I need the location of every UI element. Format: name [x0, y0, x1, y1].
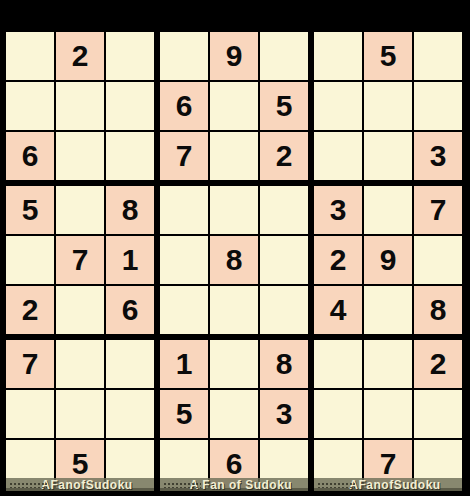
cell-r7c1[interactable]: 7: [6, 340, 54, 388]
box-6: 372948: [314, 186, 462, 334]
cell-r4c2[interactable]: [56, 186, 104, 234]
cell-r7c4[interactable]: 1: [160, 340, 208, 388]
box-4: 587126: [6, 186, 154, 334]
cell-r8c5[interactable]: [210, 390, 258, 438]
cell-r6c1[interactable]: 2: [6, 286, 54, 334]
cell-r6c8[interactable]: [364, 286, 412, 334]
cell-r8c2[interactable]: [56, 390, 104, 438]
cell-r2c7[interactable]: [314, 82, 362, 130]
cell-r8c8[interactable]: [364, 390, 412, 438]
cell-r1c8[interactable]: 5: [364, 32, 412, 80]
box-5: 8: [160, 186, 308, 334]
cell-r1c2[interactable]: 2: [56, 32, 104, 80]
cell-r2c1[interactable]: [6, 82, 54, 130]
cell-r4c8[interactable]: [364, 186, 412, 234]
box-2: 96572: [160, 32, 308, 180]
cell-r3c8[interactable]: [364, 132, 412, 180]
cell-r1c1[interactable]: [6, 32, 54, 80]
cell-r5c4[interactable]: [160, 236, 208, 284]
cell-r3c6[interactable]: 2: [260, 132, 308, 180]
cell-r6c4[interactable]: [160, 286, 208, 334]
cell-r8c3[interactable]: [106, 390, 154, 438]
cell-r6c2[interactable]: [56, 286, 104, 334]
cell-r3c5[interactable]: [210, 132, 258, 180]
sudoku-board: 2696572535871268372948751853627: [6, 32, 462, 488]
watermark-right: AFanofSudoku: [314, 478, 462, 491]
cell-r5c7[interactable]: 2: [314, 236, 362, 284]
watermark-left-label: AFanofSudoku: [41, 478, 132, 492]
dots-texture-icon: [317, 482, 355, 488]
cell-r2c8[interactable]: [364, 82, 412, 130]
box-9: 27: [314, 340, 462, 488]
cell-r5c6[interactable]: [260, 236, 308, 284]
cell-r2c2[interactable]: [56, 82, 104, 130]
cell-r3c3[interactable]: [106, 132, 154, 180]
cell-r2c3[interactable]: [106, 82, 154, 130]
box-3: 53: [314, 32, 462, 180]
cell-r8c7[interactable]: [314, 390, 362, 438]
cell-r5c8[interactable]: 9: [364, 236, 412, 284]
sudoku-screenshot: 2696572535871268372948751853627 AFanofSu…: [0, 0, 470, 496]
cell-r5c2[interactable]: 7: [56, 236, 104, 284]
cell-r1c6[interactable]: [260, 32, 308, 80]
cell-r7c5[interactable]: [210, 340, 258, 388]
cell-r2c9[interactable]: [414, 82, 462, 130]
cell-r6c6[interactable]: [260, 286, 308, 334]
watermark-right-label: AFanofSudoku: [349, 478, 440, 492]
watermark-left: AFanofSudoku: [6, 478, 154, 491]
cell-r2c5[interactable]: [210, 82, 258, 130]
cell-r5c1[interactable]: [6, 236, 54, 284]
cell-r3c2[interactable]: [56, 132, 104, 180]
cell-r3c1[interactable]: 6: [6, 132, 54, 180]
cell-r6c5[interactable]: [210, 286, 258, 334]
cell-r7c8[interactable]: [364, 340, 412, 388]
cell-r1c3[interactable]: [106, 32, 154, 80]
cell-r6c9[interactable]: 8: [414, 286, 462, 334]
dots-texture-icon: [163, 482, 201, 488]
box-1: 26: [6, 32, 154, 180]
cell-r1c7[interactable]: [314, 32, 362, 80]
cell-r5c9[interactable]: [414, 236, 462, 284]
dots-texture-icon: [9, 482, 47, 488]
cell-r6c7[interactable]: 4: [314, 286, 362, 334]
watermark-center: A Fan of Sudoku: [160, 478, 308, 491]
cell-r7c7[interactable]: [314, 340, 362, 388]
cell-r6c3[interactable]: 6: [106, 286, 154, 334]
cell-r3c7[interactable]: [314, 132, 362, 180]
cell-r7c9[interactable]: 2: [414, 340, 462, 388]
cell-r3c9[interactable]: 3: [414, 132, 462, 180]
cell-r4c1[interactable]: 5: [6, 186, 54, 234]
cell-r7c6[interactable]: 8: [260, 340, 308, 388]
watermark-center-label: A Fan of Sudoku: [190, 478, 292, 492]
cell-r8c1[interactable]: [6, 390, 54, 438]
cell-r5c3[interactable]: 1: [106, 236, 154, 284]
cell-r4c5[interactable]: [210, 186, 258, 234]
cell-r1c5[interactable]: 9: [210, 32, 258, 80]
cell-r8c6[interactable]: 3: [260, 390, 308, 438]
cell-r8c4[interactable]: 5: [160, 390, 208, 438]
cell-r4c6[interactable]: [260, 186, 308, 234]
cell-r4c4[interactable]: [160, 186, 208, 234]
cell-r2c6[interactable]: 5: [260, 82, 308, 130]
cell-r5c5[interactable]: 8: [210, 236, 258, 284]
cell-r7c2[interactable]: [56, 340, 104, 388]
cell-r2c4[interactable]: 6: [160, 82, 208, 130]
cell-r1c9[interactable]: [414, 32, 462, 80]
box-8: 18536: [160, 340, 308, 488]
cell-r3c4[interactable]: 7: [160, 132, 208, 180]
cell-r4c9[interactable]: 7: [414, 186, 462, 234]
cell-r7c3[interactable]: [106, 340, 154, 388]
cell-r1c4[interactable]: [160, 32, 208, 80]
cell-r4c7[interactable]: 3: [314, 186, 362, 234]
cell-r4c3[interactable]: 8: [106, 186, 154, 234]
cell-r8c9[interactable]: [414, 390, 462, 438]
box-7: 75: [6, 340, 154, 488]
